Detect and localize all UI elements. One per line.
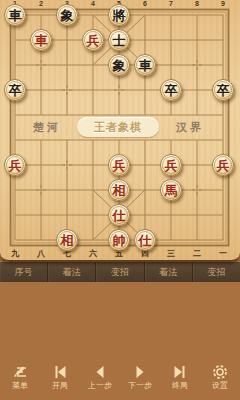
piece-red-車[interactable]: 車	[30, 29, 52, 51]
toolbar-skip-end[interactable]: 终局	[160, 364, 200, 398]
move-table-header-cell: 变招	[96, 262, 144, 282]
file-label: 2	[34, 0, 48, 7]
file-label: 9	[216, 0, 230, 7]
toolbar-skip-start[interactable]: 开局	[40, 364, 80, 398]
toolbar-label: 开局	[52, 382, 68, 390]
piece-black-士[interactable]: 士	[108, 29, 130, 51]
piece-red-兵[interactable]: 兵	[160, 154, 182, 176]
toolbar-label: 菜单	[12, 382, 28, 390]
bottom-toolbar: 菜单开局上一步下一步终局设置	[0, 364, 240, 398]
file-label: 4	[86, 0, 100, 7]
toolbar-label: 终局	[172, 382, 188, 390]
file-label: 6	[138, 0, 152, 7]
step-back-icon	[92, 364, 108, 380]
river-label-chu: 楚河	[19, 120, 75, 135]
toolbar-menu[interactable]: 菜单	[0, 364, 40, 398]
piece-red-仕[interactable]: 仕	[134, 229, 156, 251]
move-table-header-cell: 着法	[48, 262, 96, 282]
piece-black-卒[interactable]: 卒	[212, 79, 234, 101]
piece-black-象[interactable]: 象	[56, 4, 78, 26]
piece-black-卒[interactable]: 卒	[160, 79, 182, 101]
step-forward-icon	[132, 364, 148, 380]
move-table-header-cell: 变招	[193, 262, 240, 282]
file-label: 二	[190, 248, 204, 259]
toolbar-label: 上一步	[88, 382, 112, 390]
skip-start-icon	[52, 364, 68, 380]
file-label: 7	[164, 0, 178, 7]
app-name-badge: 王者象棋	[77, 117, 159, 137]
toolbar-settings[interactable]: 设置	[200, 364, 240, 398]
file-label: 六	[86, 248, 100, 259]
xiangqi-board[interactable]: 123456789 九八七六五四三二一 楚河 汉界 王者象棋 車象將車兵士象車卒…	[0, 0, 240, 262]
toolbar-step-back[interactable]: 上一步	[80, 364, 120, 398]
file-label: 一	[216, 248, 230, 259]
piece-red-兵[interactable]: 兵	[108, 154, 130, 176]
toolbar-step-forward[interactable]: 下一步	[120, 364, 160, 398]
piece-red-馬[interactable]: 馬	[160, 179, 182, 201]
river-label-han: 汉界	[162, 120, 218, 135]
file-label: 8	[190, 0, 204, 7]
piece-black-車[interactable]: 車	[134, 54, 156, 76]
piece-black-車[interactable]: 車	[4, 4, 26, 26]
move-table-header-cell: 着法	[145, 262, 193, 282]
piece-red-仕[interactable]: 仕	[108, 204, 130, 226]
move-table-header-cell: 序号	[0, 262, 48, 282]
piece-black-卒[interactable]: 卒	[4, 79, 26, 101]
piece-red-帥[interactable]: 帥	[108, 229, 130, 251]
toolbar-label: 设置	[212, 382, 228, 390]
piece-red-相[interactable]: 相	[108, 179, 130, 201]
file-label: 八	[34, 248, 48, 259]
xiangqi-app-screen: 123456789 九八七六五四三二一 楚河 汉界 王者象棋 車象將車兵士象車卒…	[0, 0, 240, 400]
file-label: 九	[8, 248, 22, 259]
settings-icon	[212, 364, 228, 380]
file-label: 三	[164, 248, 178, 259]
piece-black-象[interactable]: 象	[108, 54, 130, 76]
piece-red-兵[interactable]: 兵	[212, 154, 234, 176]
piece-red-相[interactable]: 相	[56, 229, 78, 251]
piece-red-兵[interactable]: 兵	[4, 154, 26, 176]
menu-icon	[12, 364, 28, 380]
toolbar-label: 下一步	[128, 382, 152, 390]
move-table-header: 序号着法变招着法变招	[0, 262, 240, 282]
skip-end-icon	[172, 364, 188, 380]
piece-black-將[interactable]: 將	[108, 4, 130, 26]
piece-red-兵[interactable]: 兵	[82, 29, 104, 51]
